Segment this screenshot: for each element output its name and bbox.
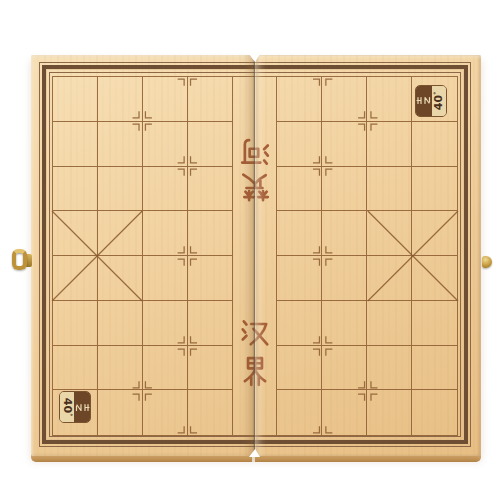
board-cell: [367, 301, 412, 346]
board-cell: [322, 211, 367, 256]
board-cell: [322, 390, 367, 435]
board-cell: [322, 77, 367, 122]
board-cell: [412, 122, 457, 167]
board-cell: [98, 77, 143, 122]
brass-catch-knob: [482, 256, 492, 268]
xiangqi-board: 40° 40°: [31, 55, 481, 456]
board-cell: [143, 167, 188, 212]
board-cell: [98, 301, 143, 346]
product-photo-canvas: 40° 40°: [0, 0, 500, 500]
board-cell: [98, 390, 143, 435]
board-cell: [277, 301, 322, 346]
stamp-size-label: 40°: [432, 86, 446, 116]
board-cell: [188, 77, 233, 122]
board-cell: [188, 167, 233, 212]
board-cell: [143, 211, 188, 256]
board-cell: [322, 256, 367, 301]
board-cell: [143, 390, 188, 435]
board-cell: [53, 301, 98, 346]
clasp-ring: [12, 249, 27, 270]
board-cell: [277, 211, 322, 256]
board-cell: [367, 77, 412, 122]
board-cell: [98, 256, 143, 301]
board-cell: [277, 167, 322, 212]
board-cell: [53, 346, 98, 391]
board-cell: [188, 256, 233, 301]
stamp-size-label: 40°: [60, 392, 74, 422]
board-cell: [322, 301, 367, 346]
board-cell: [98, 122, 143, 167]
board-cell: [143, 346, 188, 391]
board-cell: [412, 301, 457, 346]
board-cell: [367, 256, 412, 301]
board-cell: [143, 256, 188, 301]
board-cell: [277, 77, 322, 122]
board-cell: [322, 346, 367, 391]
board-cell: [53, 167, 98, 212]
board-cell: [98, 211, 143, 256]
board-cell: [188, 122, 233, 167]
board-cell: [277, 390, 322, 435]
board-cell: [143, 301, 188, 346]
board-cell: [277, 256, 322, 301]
board-cell: [367, 211, 412, 256]
board-cell: [98, 346, 143, 391]
fold-seam: [253, 55, 256, 456]
board-cell: [367, 390, 412, 435]
board-cell: [53, 211, 98, 256]
board-cell: [98, 167, 143, 212]
board-cell: [412, 167, 457, 212]
size-stamp-top-right: 40°: [415, 85, 447, 117]
board-cell: [412, 211, 457, 256]
board-cell: [277, 346, 322, 391]
board-cell: [412, 256, 457, 301]
fold-notch-top: [249, 54, 260, 62]
board-cell: [412, 390, 457, 435]
size-stamp-bottom-left: 40°: [59, 391, 91, 423]
board-cell: [53, 256, 98, 301]
board-cell: [277, 122, 322, 167]
board-cell: [367, 346, 412, 391]
board-cell: [188, 390, 233, 435]
fold-notch-bottom: [249, 449, 260, 457]
board-cell: [53, 77, 98, 122]
board-cell: [188, 211, 233, 256]
board-cell: [53, 122, 98, 167]
board-cell: [143, 122, 188, 167]
board-cell: [188, 346, 233, 391]
board-cell: [367, 122, 412, 167]
board-cell: [188, 301, 233, 346]
stamp-brand-characters: [74, 392, 90, 422]
board-cell: [322, 167, 367, 212]
board-cell: [322, 122, 367, 167]
board-cell: [412, 346, 457, 391]
board-cell: [143, 77, 188, 122]
stamp-brand-characters: [416, 86, 432, 116]
brass-clasp-loop: [12, 249, 36, 273]
board-cell: [367, 167, 412, 212]
